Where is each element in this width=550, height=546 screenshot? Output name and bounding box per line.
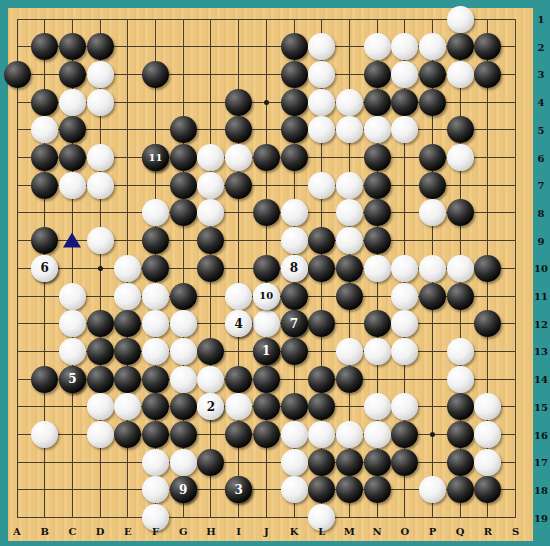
col-label-G: G [179,526,188,537]
black-stone [419,172,446,199]
black-stone [59,116,86,143]
white-stone [281,199,308,226]
white-stone [308,421,335,448]
black-stone [87,33,114,60]
row-label-19: 19 [534,512,548,523]
white-stone [59,338,86,365]
col-label-S: S [512,526,519,537]
col-label-L: L [318,526,325,537]
white-stone [391,61,418,88]
white-stone [447,366,474,393]
row-label-1: 1 [538,14,545,25]
move-number-label: 2 [207,401,215,413]
col-label-J: J [264,526,269,537]
white-stone [170,310,197,337]
col-label-O: O [400,526,409,537]
white-stone [364,393,391,420]
black-stone [170,283,197,310]
black-stone [87,310,114,337]
row-label-11: 11 [534,291,548,302]
row-label-7: 7 [538,180,545,191]
col-label-P: P [429,526,437,537]
white-stone [87,61,114,88]
move-11-stone: 11 [142,144,169,171]
black-stone [197,255,224,282]
move-1-stone: 1 [253,338,280,365]
triangle-marker [63,232,81,247]
white-stone [87,89,114,116]
black-stone [59,144,86,171]
black-stone [31,172,58,199]
black-stone [59,61,86,88]
white-stone [364,255,391,282]
move-number-label: 5 [68,373,76,385]
row-label-18: 18 [534,484,548,495]
white-stone [253,310,280,337]
white-stone [59,172,86,199]
row-label-14: 14 [534,374,548,385]
row-label-6: 6 [538,152,545,163]
black-stone [364,144,391,171]
black-stone [170,199,197,226]
black-stone [336,255,363,282]
row-label-9: 9 [538,235,545,246]
star-point [264,100,269,105]
white-stone [336,172,363,199]
white-stone [142,283,169,310]
black-stone [447,283,474,310]
black-stone [364,199,391,226]
black-stone [87,366,114,393]
black-stone [253,366,280,393]
white-stone [281,421,308,448]
col-label-C: C [68,526,76,537]
black-stone [447,33,474,60]
white-stone [391,255,418,282]
col-label-N: N [373,526,382,537]
black-stone [281,33,308,60]
white-stone [336,227,363,254]
move-number-label: 1 [262,345,270,357]
white-stone [364,338,391,365]
black-stone [447,476,474,503]
black-stone [31,366,58,393]
white-stone [336,116,363,143]
white-stone [59,89,86,116]
white-stone [391,338,418,365]
white-stone [170,449,197,476]
white-stone [281,476,308,503]
row-label-10: 10 [534,263,548,274]
move-5-stone: 5 [59,366,86,393]
black-stone [336,449,363,476]
black-stone [114,338,141,365]
black-stone [225,89,252,116]
move-number-label: 3 [234,484,242,496]
black-stone [225,366,252,393]
white-stone [447,338,474,365]
white-stone [308,172,335,199]
row-label-8: 8 [538,207,545,218]
move-number-label: 8 [290,262,298,274]
white-stone [197,366,224,393]
black-stone [281,338,308,365]
col-label-Q: Q [456,526,465,537]
black-stone [391,449,418,476]
row-label-13: 13 [534,346,548,357]
move-10-stone: 10 [253,283,280,310]
white-stone [114,255,141,282]
white-stone [281,449,308,476]
black-stone [447,199,474,226]
white-stone [391,283,418,310]
row-label-4: 4 [538,97,545,108]
white-stone [87,421,114,448]
white-stone [170,366,197,393]
black-stone [419,61,446,88]
white-stone [364,116,391,143]
black-stone [142,61,169,88]
col-label-F: F [152,526,159,537]
black-stone [170,172,197,199]
white-stone [419,255,446,282]
white-stone [447,6,474,33]
star-point [430,432,435,437]
black-stone [281,144,308,171]
col-label-K: K [290,526,299,537]
col-label-M: M [344,526,355,537]
black-stone [170,116,197,143]
white-stone [447,255,474,282]
move-6-stone: 6 [31,255,58,282]
black-stone [253,255,280,282]
white-stone [87,393,114,420]
black-stone [336,366,363,393]
white-stone [281,227,308,254]
black-stone [364,61,391,88]
white-stone [114,283,141,310]
black-stone [142,227,169,254]
black-stone [308,449,335,476]
black-stone [364,449,391,476]
black-stone [197,449,224,476]
black-stone [308,366,335,393]
white-stone [336,338,363,365]
black-stone [474,255,501,282]
grid-line-vertical [515,19,516,518]
white-stone [142,310,169,337]
row-label-3: 3 [538,69,545,80]
black-stone [31,144,58,171]
black-stone [447,421,474,448]
black-stone [170,393,197,420]
black-stone [281,393,308,420]
col-label-I: I [236,526,241,537]
star-point [98,266,103,271]
white-stone [225,283,252,310]
white-stone [447,61,474,88]
white-stone [142,338,169,365]
white-stone [59,283,86,310]
white-stone [87,227,114,254]
black-stone [364,476,391,503]
black-stone [447,116,474,143]
white-stone [447,144,474,171]
black-stone [308,255,335,282]
move-number-label: 10 [259,291,273,301]
black-stone [447,449,474,476]
black-stone [391,89,418,116]
black-stone [281,116,308,143]
grid-line-horizontal [17,517,516,518]
move-9-stone: 9 [170,476,197,503]
move-number-label: 7 [290,318,298,330]
black-stone [281,89,308,116]
white-stone [364,33,391,60]
white-stone [197,172,224,199]
black-stone [364,310,391,337]
black-stone [281,61,308,88]
white-stone [336,421,363,448]
black-stone [142,366,169,393]
col-label-H: H [206,526,215,537]
black-stone [253,393,280,420]
white-stone [87,144,114,171]
move-number-label: 4 [234,318,242,330]
black-stone [87,338,114,365]
white-stone [308,61,335,88]
col-label-D: D [96,526,105,537]
black-stone [114,366,141,393]
black-stone [4,61,31,88]
black-stone [225,172,252,199]
black-stone [225,421,252,448]
white-stone [59,310,86,337]
white-stone [170,338,197,365]
white-stone [336,89,363,116]
black-stone [281,283,308,310]
white-stone [308,89,335,116]
go-app-window: 1234567891011ABCDEFGHIJKLMNOPQRS12345678… [0,0,550,546]
black-stone [142,421,169,448]
black-stone [419,89,446,116]
move-number-label: 9 [179,484,187,496]
black-stone [142,255,169,282]
white-stone [364,421,391,448]
row-label-12: 12 [534,318,548,329]
row-label-15: 15 [534,401,548,412]
grid-line-horizontal [17,462,516,463]
black-stone [364,172,391,199]
black-stone [253,421,280,448]
col-label-E: E [124,526,132,537]
row-label-5: 5 [538,124,545,135]
white-stone [31,421,58,448]
black-stone [419,283,446,310]
white-stone [474,449,501,476]
move-number-label: 6 [41,262,49,274]
white-stone [87,172,114,199]
black-stone [364,227,391,254]
black-stone [253,199,280,226]
black-stone [419,144,446,171]
row-label-2: 2 [538,41,545,52]
row-label-17: 17 [534,457,548,468]
move-8-stone: 8 [281,255,308,282]
white-stone [419,33,446,60]
col-label-B: B [40,526,48,537]
black-stone [253,144,280,171]
white-stone [225,144,252,171]
black-stone [170,144,197,171]
col-label-A: A [13,526,21,537]
black-stone [364,89,391,116]
white-stone [142,449,169,476]
move-7-stone: 7 [281,310,308,337]
black-stone [447,393,474,420]
move-number-label: 11 [149,153,163,163]
row-label-16: 16 [534,429,548,440]
black-stone [336,283,363,310]
black-stone [170,421,197,448]
col-label-R: R [484,526,492,537]
black-stone [31,89,58,116]
black-stone [59,33,86,60]
